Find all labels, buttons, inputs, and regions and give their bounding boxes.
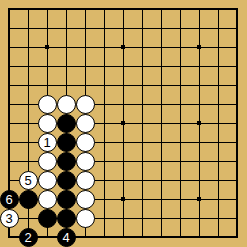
black-stone[interactable] bbox=[57, 152, 76, 171]
white-stone[interactable] bbox=[57, 95, 76, 114]
white-stone[interactable] bbox=[76, 171, 95, 190]
black-stone[interactable]: 6 bbox=[0, 190, 19, 209]
white-stone[interactable] bbox=[38, 190, 57, 209]
white-stone[interactable] bbox=[38, 152, 57, 171]
star-point bbox=[121, 197, 125, 201]
white-stone[interactable] bbox=[76, 152, 95, 171]
white-stone[interactable] bbox=[38, 114, 57, 133]
grid-line-horizontal bbox=[8, 236, 238, 238]
star-point bbox=[197, 197, 201, 201]
go-board-diagram: 156324 bbox=[0, 0, 247, 247]
white-stone[interactable] bbox=[76, 190, 95, 209]
star-point bbox=[121, 121, 125, 125]
star-point bbox=[45, 45, 49, 49]
white-stone[interactable] bbox=[76, 95, 95, 114]
grid-line-vertical bbox=[218, 8, 219, 238]
grid-line-vertical bbox=[142, 8, 143, 238]
white-stone[interactable] bbox=[76, 114, 95, 133]
move-number-label: 3 bbox=[5, 211, 12, 224]
go-board[interactable]: 156324 bbox=[0, 0, 247, 247]
white-stone[interactable] bbox=[38, 95, 57, 114]
move-number-label: 4 bbox=[62, 230, 69, 243]
white-stone[interactable]: 5 bbox=[19, 171, 38, 190]
white-stone[interactable]: 1 bbox=[38, 133, 57, 152]
black-stone[interactable] bbox=[38, 209, 57, 228]
move-number-label: 2 bbox=[24, 230, 31, 243]
black-stone[interactable] bbox=[19, 190, 38, 209]
white-stone[interactable] bbox=[76, 209, 95, 228]
black-stone[interactable] bbox=[57, 133, 76, 152]
star-point bbox=[121, 45, 125, 49]
move-number-label: 5 bbox=[24, 173, 31, 186]
grid-line-vertical bbox=[180, 8, 181, 238]
grid-line-vertical bbox=[161, 8, 162, 238]
move-number-label: 6 bbox=[5, 192, 12, 205]
white-stone[interactable] bbox=[76, 133, 95, 152]
black-stone[interactable] bbox=[57, 209, 76, 228]
black-stone[interactable] bbox=[57, 114, 76, 133]
star-point bbox=[197, 45, 201, 49]
white-stone[interactable] bbox=[38, 171, 57, 190]
star-point bbox=[197, 121, 201, 125]
black-stone[interactable] bbox=[57, 190, 76, 209]
move-number-label: 1 bbox=[43, 135, 50, 148]
black-stone[interactable]: 2 bbox=[19, 228, 38, 247]
white-stone[interactable]: 3 bbox=[0, 209, 19, 228]
grid-line-vertical bbox=[236, 8, 238, 238]
black-stone[interactable]: 4 bbox=[57, 228, 76, 247]
black-stone[interactable] bbox=[57, 171, 76, 190]
